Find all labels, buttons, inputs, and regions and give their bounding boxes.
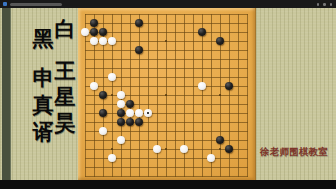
window-controls[interactable]: [317, 3, 333, 6]
black-color-label: 黑: [32, 28, 54, 51]
player-control-bar[interactable]: [0, 180, 336, 189]
window-title-text-blob: [10, 3, 62, 6]
window-title-bar: [0, 0, 336, 8]
name-char: 星: [54, 86, 76, 112]
video-player-window: 黑 申真谞 白 王星昊 徐老师围棋教室: [0, 0, 336, 189]
white-color-label: 白: [54, 18, 76, 41]
white-player-name: 王星昊: [54, 60, 76, 138]
name-char: 昊: [54, 112, 76, 138]
black-player-name: 申真谞: [32, 67, 54, 148]
name-char: 谞: [32, 121, 54, 148]
classroom-watermark: 徐老师围棋教室: [260, 146, 334, 159]
name-char: 王: [54, 60, 76, 86]
player-column-black: 黑 申真谞: [32, 28, 54, 148]
name-char: 申: [32, 67, 54, 94]
tatami-edge-strip: [2, 8, 11, 180]
go-board: [78, 8, 256, 181]
app-icon: [3, 2, 7, 6]
name-char: 真: [32, 94, 54, 121]
player-column-white: 白 王星昊: [54, 18, 76, 138]
video-content: 黑 申真谞 白 王星昊 徐老师围棋教室: [0, 8, 336, 180]
